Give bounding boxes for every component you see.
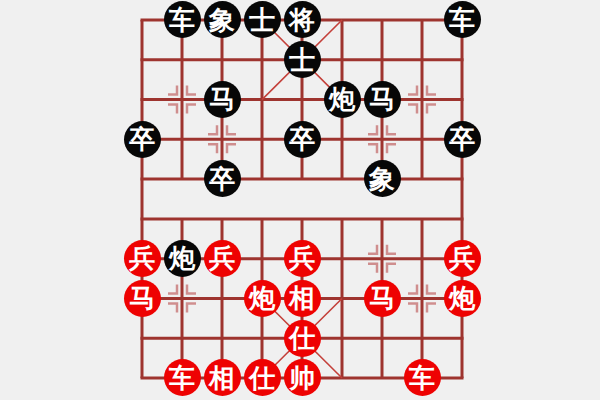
- piece-black-chariot[interactable]: 车: [444, 1, 481, 38]
- piece-red-general[interactable]: 帅: [284, 359, 321, 396]
- piece-red-soldier[interactable]: 兵: [204, 240, 241, 277]
- piece-black-general[interactable]: 将: [284, 1, 321, 38]
- piece-red-soldier[interactable]: 兵: [444, 240, 481, 277]
- piece-black-chariot[interactable]: 车: [164, 1, 201, 38]
- piece-red-cannon[interactable]: 炮: [444, 280, 481, 317]
- piece-black-cannon[interactable]: 炮: [164, 240, 201, 277]
- piece-red-elephant[interactable]: 相: [204, 359, 241, 396]
- piece-red-soldier[interactable]: 兵: [284, 240, 321, 277]
- piece-red-chariot[interactable]: 车: [164, 359, 201, 396]
- piece-black-cannon[interactable]: 炮: [324, 81, 361, 118]
- piece-red-advisor[interactable]: 仕: [284, 320, 321, 357]
- xiangqi-board: 车象士将车士马炮马卒卒卒卒象炮兵兵兵兵马炮相马炮仕车相仕帅车: [0, 0, 600, 400]
- piece-red-chariot[interactable]: 车: [404, 359, 441, 396]
- piece-black-soldier[interactable]: 卒: [124, 121, 161, 158]
- piece-black-advisor[interactable]: 士: [244, 1, 281, 38]
- piece-black-horse[interactable]: 马: [364, 81, 401, 118]
- piece-red-cannon[interactable]: 炮: [244, 280, 281, 317]
- piece-black-soldier[interactable]: 卒: [284, 121, 321, 158]
- piece-layer: 车象士将车士马炮马卒卒卒卒象炮兵兵兵兵马炮相马炮仕车相仕帅车: [122, 0, 482, 398]
- piece-black-elephant[interactable]: 象: [204, 1, 241, 38]
- piece-black-advisor[interactable]: 士: [284, 41, 321, 78]
- piece-red-soldier[interactable]: 兵: [124, 240, 161, 277]
- piece-red-elephant[interactable]: 相: [284, 280, 321, 317]
- piece-black-elephant[interactable]: 象: [364, 160, 401, 197]
- piece-red-advisor[interactable]: 仕: [244, 359, 281, 396]
- piece-black-soldier[interactable]: 卒: [444, 121, 481, 158]
- piece-red-horse[interactable]: 马: [364, 280, 401, 317]
- piece-black-horse[interactable]: 马: [204, 81, 241, 118]
- piece-red-horse[interactable]: 马: [124, 280, 161, 317]
- piece-black-soldier[interactable]: 卒: [204, 160, 241, 197]
